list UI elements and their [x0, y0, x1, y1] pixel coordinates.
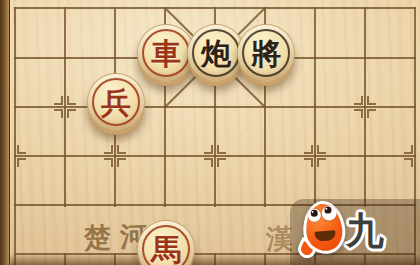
piece-character: 炮 — [201, 39, 231, 69]
mascot-eye-left — [307, 208, 321, 222]
piece-character: 車 — [151, 39, 181, 69]
mascot-pupil — [324, 206, 332, 214]
piece-character: 兵 — [101, 88, 131, 118]
mascot-pupil — [310, 210, 318, 218]
ninegame-mascot-icon — [300, 199, 346, 255]
board-frame-edge — [0, 0, 10, 265]
piece-black-general[interactable]: 將 — [237, 24, 295, 82]
piece-character: 將 — [251, 39, 281, 69]
ninegame-watermark: 九游 — [290, 199, 420, 265]
ninegame-brand-text: 九游 — [346, 201, 420, 265]
piece-red-soldier[interactable]: 兵 — [87, 73, 145, 131]
mascot-eye-right — [321, 205, 337, 221]
piece-character: 馬 — [151, 235, 181, 265]
piece-red-horse[interactable]: 馬 — [137, 220, 195, 265]
mascot-mouth — [314, 230, 336, 242]
xiangqi-board-screen: 楚河 漢 車炮將兵馬 九游 — [0, 0, 420, 265]
